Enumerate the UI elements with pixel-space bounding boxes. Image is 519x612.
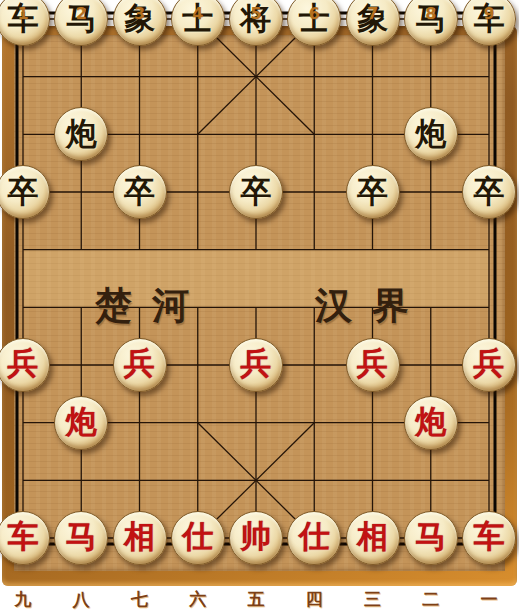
file-label-bottom-2: 八 [52, 586, 110, 612]
piece-red-advisor[interactable]: 仕 [287, 511, 341, 565]
intersection-8-5 [285, 451, 343, 509]
file-label-top-3: 3 [110, 0, 168, 26]
intersection-3-6: 卒 [343, 163, 401, 221]
piece-red-chariot[interactable]: 车 [0, 511, 50, 565]
intersection-4-6 [343, 221, 401, 279]
file-label-top-5: 5 [227, 0, 285, 26]
piece-glyph: 卒 [474, 176, 505, 207]
intersection-8-4 [227, 451, 285, 509]
intersection-6-3 [169, 336, 227, 394]
piece-red-cannon[interactable]: 炮 [404, 396, 458, 450]
file-label-top-2: 2 [52, 0, 110, 26]
piece-glyph: 兵 [241, 348, 272, 379]
intersection-6-8: 兵 [460, 336, 518, 394]
intersection-3-5 [285, 163, 343, 221]
intersection-7-4 [227, 394, 285, 452]
piece-red-soldier[interactable]: 兵 [0, 338, 50, 392]
file-label-top-6: 6 [285, 0, 343, 26]
piece-glyph: 卒 [357, 176, 388, 207]
intersection-4-1 [52, 221, 110, 279]
intersection-7-7: 炮 [402, 394, 460, 452]
piece-red-chariot[interactable]: 车 [462, 511, 516, 565]
file-label-top-9: 9 [460, 0, 518, 26]
piece-red-elephant[interactable]: 相 [346, 511, 400, 565]
file-label-top-1: 1 [0, 0, 52, 26]
piece-black-soldier[interactable]: 卒 [346, 165, 400, 219]
piece-glyph: 兵 [474, 348, 505, 379]
intersection-8-1 [52, 451, 110, 509]
piece-glyph: 卒 [8, 176, 39, 207]
intersection-3-7 [402, 163, 460, 221]
piece-glyph: 兵 [124, 348, 155, 379]
intersection-5-5 [285, 278, 343, 336]
intersection-1-4 [227, 48, 285, 106]
intersection-5-3 [169, 278, 227, 336]
intersection-7-0 [0, 394, 52, 452]
intersection-5-7 [402, 278, 460, 336]
file-label-bottom-9: 一 [460, 586, 518, 612]
piece-glyph: 卒 [124, 176, 155, 207]
intersection-6-5 [285, 336, 343, 394]
intersection-1-5 [285, 48, 343, 106]
piece-red-soldier[interactable]: 兵 [229, 338, 283, 392]
piece-glyph: 仕 [182, 521, 213, 552]
intersection-2-1: 炮 [52, 106, 110, 164]
intersection-7-5 [285, 394, 343, 452]
intersection-6-4: 兵 [227, 336, 285, 394]
piece-glyph: 兵 [357, 348, 388, 379]
intersection-4-7 [402, 221, 460, 279]
intersection-5-6 [343, 278, 401, 336]
intersection-1-1 [52, 48, 110, 106]
file-label-top-7: 7 [343, 0, 401, 26]
intersection-4-8 [460, 221, 518, 279]
piece-glyph: 帅 [241, 521, 272, 552]
intersection-9-4: 帅 [227, 509, 285, 567]
intersection-2-5 [285, 106, 343, 164]
piece-glyph: 车 [474, 521, 505, 552]
intersection-3-1 [52, 163, 110, 221]
intersection-3-8: 卒 [460, 163, 518, 221]
piece-glyph: 马 [66, 521, 97, 552]
file-label-bottom-7: 三 [343, 586, 401, 612]
piece-glyph: 相 [124, 521, 155, 552]
intersection-9-3: 仕 [169, 509, 227, 567]
file-labels-bottom: 九八七六五四三二一 [0, 586, 518, 612]
piece-red-advisor[interactable]: 仕 [171, 511, 225, 565]
intersection-2-4 [227, 106, 285, 164]
intersection-4-4 [227, 221, 285, 279]
piece-red-horse[interactable]: 马 [404, 511, 458, 565]
intersection-2-7: 炮 [402, 106, 460, 164]
file-label-bottom-8: 二 [402, 586, 460, 612]
intersection-3-0: 卒 [0, 163, 52, 221]
intersection-1-2 [110, 48, 168, 106]
intersection-3-4: 卒 [227, 163, 285, 221]
intersection-9-6: 相 [343, 509, 401, 567]
piece-red-soldier[interactable]: 兵 [113, 338, 167, 392]
piece-red-general[interactable]: 帅 [229, 511, 283, 565]
intersection-1-8 [460, 48, 518, 106]
intersection-6-7 [402, 336, 460, 394]
intersection-2-6 [343, 106, 401, 164]
piece-black-soldier[interactable]: 卒 [113, 165, 167, 219]
intersection-5-8 [460, 278, 518, 336]
piece-glyph: 仕 [299, 521, 330, 552]
intersection-4-3 [169, 221, 227, 279]
intersection-1-7 [402, 48, 460, 106]
intersection-9-2: 相 [110, 509, 168, 567]
intersection-2-3 [169, 106, 227, 164]
intersection-7-3 [169, 394, 227, 452]
intersection-3-2: 卒 [110, 163, 168, 221]
file-label-top-8: 8 [402, 0, 460, 26]
intersection-6-0: 兵 [0, 336, 52, 394]
piece-black-cannon[interactable]: 炮 [54, 107, 108, 161]
piece-glyph: 炮 [66, 118, 97, 149]
intersection-5-0 [0, 278, 52, 336]
piece-glyph: 炮 [66, 406, 97, 437]
intersection-2-0 [0, 106, 52, 164]
piece-glyph: 卒 [241, 176, 272, 207]
intersection-1-6 [343, 48, 401, 106]
intersection-5-2 [110, 278, 168, 336]
intersection-7-2 [110, 394, 168, 452]
intersection-4-0 [0, 221, 52, 279]
intersection-9-7: 马 [402, 509, 460, 567]
piece-red-elephant[interactable]: 相 [113, 511, 167, 565]
piece-glyph: 马 [415, 521, 446, 552]
piece-glyph: 车 [8, 521, 39, 552]
file-label-bottom-6: 四 [285, 586, 343, 612]
piece-red-soldier[interactable]: 兵 [462, 338, 516, 392]
file-labels-top: 123456789 [0, 0, 518, 26]
piece-red-horse[interactable]: 马 [54, 511, 108, 565]
piece-black-soldier[interactable]: 卒 [229, 165, 283, 219]
file-label-top-4: 4 [169, 0, 227, 26]
intersection-9-8: 车 [460, 509, 518, 567]
intersection-1-3 [169, 48, 227, 106]
intersection-8-3 [169, 451, 227, 509]
intersection-6-2: 兵 [110, 336, 168, 394]
file-label-bottom-3: 七 [110, 586, 168, 612]
intersection-5-1 [52, 278, 110, 336]
intersection-9-5: 仕 [285, 509, 343, 567]
intersection-1-0 [0, 48, 52, 106]
intersection-3-3 [169, 163, 227, 221]
xiangqi-board: 楚河 汉界 车马象士将士象马车炮炮卒卒卒卒卒兵兵兵兵兵炮炮车马相仕帅仕相马车 [2, 26, 517, 586]
intersection-6-1 [52, 336, 110, 394]
intersection-6-6: 兵 [343, 336, 401, 394]
intersection-8-8 [460, 451, 518, 509]
xiangqi-app: 123456789 [0, 0, 519, 612]
piece-glyph: 炮 [415, 406, 446, 437]
intersection-2-8 [460, 106, 518, 164]
piece-black-soldier[interactable]: 卒 [462, 165, 516, 219]
intersection-4-2 [110, 221, 168, 279]
intersection-7-1: 炮 [52, 394, 110, 452]
piece-glyph: 相 [357, 521, 388, 552]
intersection-8-2 [110, 451, 168, 509]
intersection-8-6 [343, 451, 401, 509]
board-grid: 车马象士将士象马车炮炮卒卒卒卒卒兵兵兵兵兵炮炮车马相仕帅仕相马车 [0, 0, 518, 567]
intersection-8-7 [402, 451, 460, 509]
piece-red-soldier[interactable]: 兵 [346, 338, 400, 392]
file-label-bottom-4: 六 [169, 586, 227, 612]
file-label-bottom-5: 五 [227, 586, 285, 612]
intersection-5-4 [227, 278, 285, 336]
intersection-2-2 [110, 106, 168, 164]
piece-black-cannon[interactable]: 炮 [404, 107, 458, 161]
piece-glyph: 兵 [8, 348, 39, 379]
intersection-9-1: 马 [52, 509, 110, 567]
piece-red-cannon[interactable]: 炮 [54, 396, 108, 450]
intersection-9-0: 车 [0, 509, 52, 567]
intersection-4-5 [285, 221, 343, 279]
piece-glyph: 炮 [415, 118, 446, 149]
file-label-bottom-1: 九 [0, 586, 52, 612]
intersection-7-6 [343, 394, 401, 452]
intersection-7-8 [460, 394, 518, 452]
piece-black-soldier[interactable]: 卒 [0, 165, 50, 219]
intersection-8-0 [0, 451, 52, 509]
